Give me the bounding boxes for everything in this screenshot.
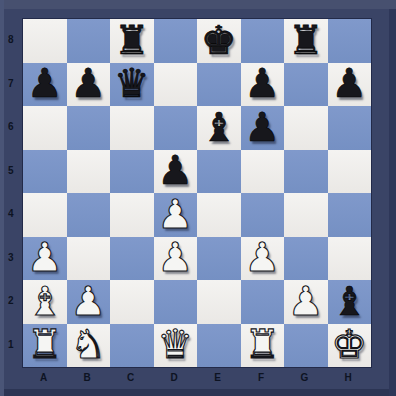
square-a2[interactable]: ♝ (23, 280, 67, 324)
piece-black-bishop[interactable]: ♝ (331, 281, 367, 321)
square-g8[interactable]: ♜ (284, 19, 328, 63)
piece-white-pawn[interactable]: ♟ (244, 237, 280, 277)
piece-white-pawn[interactable]: ♟ (288, 281, 324, 321)
piece-black-rook[interactable]: ♜ (114, 20, 150, 60)
square-c3[interactable] (110, 237, 154, 281)
square-d5[interactable]: ♟ (154, 150, 198, 194)
square-c1[interactable] (110, 324, 154, 368)
square-d3[interactable]: ♟ (154, 237, 198, 281)
file-label-g: G (283, 367, 327, 387)
square-g5[interactable] (284, 150, 328, 194)
square-c6[interactable] (110, 106, 154, 150)
piece-black-pawn[interactable]: ♟ (70, 63, 106, 103)
square-e3[interactable] (197, 237, 241, 281)
square-c7[interactable]: ♛ (110, 63, 154, 107)
square-d8[interactable] (154, 19, 198, 63)
square-a8[interactable] (23, 19, 67, 63)
square-f2[interactable] (241, 280, 285, 324)
piece-white-pawn[interactable]: ♟ (70, 281, 106, 321)
square-f5[interactable] (241, 150, 285, 194)
piece-black-queen[interactable]: ♛ (114, 63, 150, 103)
square-e2[interactable] (197, 280, 241, 324)
chess-board[interactable]: ♜♚♜♟♟♛♟♟♝♟♟♟♟♟♟♝♟♟♝♜♞♛♜♚ (22, 18, 372, 368)
piece-black-king[interactable]: ♚ (201, 20, 237, 60)
square-a6[interactable] (23, 106, 67, 150)
square-g7[interactable] (284, 63, 328, 107)
piece-black-pawn[interactable]: ♟ (157, 150, 193, 190)
piece-white-rook[interactable]: ♜ (27, 324, 63, 364)
square-g3[interactable] (284, 237, 328, 281)
square-e4[interactable] (197, 193, 241, 237)
piece-white-pawn[interactable]: ♟ (157, 194, 193, 234)
piece-black-pawn[interactable]: ♟ (244, 107, 280, 147)
square-b5[interactable] (67, 150, 111, 194)
square-g4[interactable] (284, 193, 328, 237)
square-h8[interactable] (328, 19, 372, 63)
square-c2[interactable] (110, 280, 154, 324)
piece-white-queen[interactable]: ♛ (157, 324, 193, 364)
square-f6[interactable]: ♟ (241, 106, 285, 150)
rank-label-6: 6 (0, 105, 22, 149)
square-a7[interactable]: ♟ (23, 63, 67, 107)
file-label-h: H (327, 367, 371, 387)
square-d6[interactable] (154, 106, 198, 150)
square-h2[interactable]: ♝ (328, 280, 372, 324)
square-d4[interactable]: ♟ (154, 193, 198, 237)
file-label-a: A (22, 367, 66, 387)
square-f8[interactable] (241, 19, 285, 63)
square-c5[interactable] (110, 150, 154, 194)
square-f7[interactable]: ♟ (241, 63, 285, 107)
piece-white-bishop[interactable]: ♝ (27, 281, 63, 321)
file-labels: ABCDEFGH (22, 367, 370, 387)
piece-black-pawn[interactable]: ♟ (331, 63, 367, 103)
piece-black-pawn[interactable]: ♟ (244, 63, 280, 103)
square-f3[interactable]: ♟ (241, 237, 285, 281)
chess-board-frame: 87654321 ♜♚♜♟♟♛♟♟♝♟♟♟♟♟♟♝♟♟♝♜♞♛♜♚ ABCDEF… (0, 0, 396, 396)
square-a5[interactable] (23, 150, 67, 194)
square-b6[interactable] (67, 106, 111, 150)
square-g2[interactable]: ♟ (284, 280, 328, 324)
square-b8[interactable] (67, 19, 111, 63)
square-e8[interactable]: ♚ (197, 19, 241, 63)
square-h5[interactable] (328, 150, 372, 194)
piece-black-pawn[interactable]: ♟ (27, 63, 63, 103)
square-d7[interactable] (154, 63, 198, 107)
square-d1[interactable]: ♛ (154, 324, 198, 368)
rank-label-5: 5 (0, 149, 22, 193)
square-e7[interactable] (197, 63, 241, 107)
square-h1[interactable]: ♚ (328, 324, 372, 368)
square-h3[interactable] (328, 237, 372, 281)
piece-white-pawn[interactable]: ♟ (157, 237, 193, 277)
square-b7[interactable]: ♟ (67, 63, 111, 107)
rank-label-3: 3 (0, 236, 22, 280)
square-e6[interactable]: ♝ (197, 106, 241, 150)
piece-white-pawn[interactable]: ♟ (27, 237, 63, 277)
square-h4[interactable] (328, 193, 372, 237)
piece-black-rook[interactable]: ♜ (288, 20, 324, 60)
file-label-f: F (240, 367, 284, 387)
piece-white-king[interactable]: ♚ (331, 324, 367, 364)
square-c8[interactable]: ♜ (110, 19, 154, 63)
square-f1[interactable]: ♜ (241, 324, 285, 368)
square-b4[interactable] (67, 193, 111, 237)
piece-black-bishop[interactable]: ♝ (201, 107, 237, 147)
square-a1[interactable]: ♜ (23, 324, 67, 368)
rank-label-1: 1 (0, 323, 22, 367)
file-label-e: E (196, 367, 240, 387)
square-d2[interactable] (154, 280, 198, 324)
square-b2[interactable]: ♟ (67, 280, 111, 324)
rank-label-4: 4 (0, 192, 22, 236)
piece-white-rook[interactable]: ♜ (244, 324, 280, 364)
square-a4[interactable] (23, 193, 67, 237)
square-h7[interactable]: ♟ (328, 63, 372, 107)
rank-label-8: 8 (0, 18, 22, 62)
square-g6[interactable] (284, 106, 328, 150)
square-b1[interactable]: ♞ (67, 324, 111, 368)
rank-labels: 87654321 (0, 18, 22, 366)
piece-white-knight[interactable]: ♞ (70, 324, 106, 364)
square-c4[interactable] (110, 193, 154, 237)
file-label-c: C (109, 367, 153, 387)
square-e1[interactable] (197, 324, 241, 368)
square-g1[interactable] (284, 324, 328, 368)
square-f4[interactable] (241, 193, 285, 237)
square-a3[interactable]: ♟ (23, 237, 67, 281)
square-b3[interactable] (67, 237, 111, 281)
square-e5[interactable] (197, 150, 241, 194)
rank-label-7: 7 (0, 62, 22, 106)
rank-label-2: 2 (0, 279, 22, 323)
square-h6[interactable] (328, 106, 372, 150)
file-label-b: B (66, 367, 110, 387)
file-label-d: D (153, 367, 197, 387)
